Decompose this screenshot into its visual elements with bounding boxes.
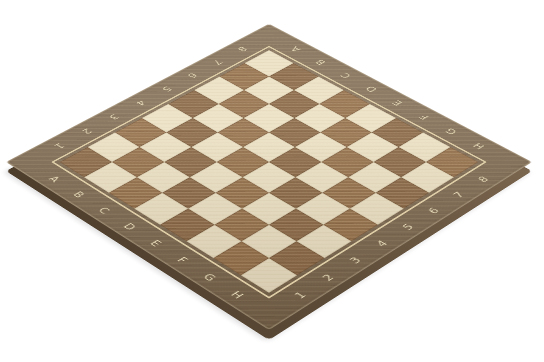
file-label-upper-right-b: B (313, 58, 327, 66)
file-label-lower-left-e: E (148, 238, 164, 248)
file-label-upper-right-c: C (338, 71, 353, 79)
rank-label-upper-left-1: 1 (52, 141, 67, 149)
file-label-upper-right-h: H (471, 141, 487, 150)
file-label-upper-right-d: D (363, 85, 378, 94)
rank-label-upper-left-6: 6 (186, 71, 200, 79)
rank-label-lower-right-4: 4 (374, 238, 390, 248)
rank-label-upper-left-5: 5 (160, 85, 174, 93)
rank-label-upper-left-8: 8 (235, 45, 249, 52)
rank-label-lower-right-8: 8 (475, 174, 490, 183)
rank-label-lower-right-6: 6 (426, 206, 442, 215)
file-label-lower-left-d: D (122, 221, 139, 231)
chess-board: AABBCCDDEEFFGGHH8877665544332211 (6, 24, 532, 330)
file-label-lower-left-b: B (72, 190, 88, 199)
rank-label-upper-left-4: 4 (134, 99, 148, 107)
rank-label-lower-right-1: 1 (292, 289, 308, 299)
rank-label-lower-right-2: 2 (320, 272, 336, 282)
rank-label-upper-left-7: 7 (211, 58, 225, 66)
rank-label-upper-left-3: 3 (107, 113, 121, 121)
rank-label-lower-right-5: 5 (400, 222, 416, 231)
file-label-upper-right-e: E (390, 99, 404, 107)
rank-label-lower-right-7: 7 (451, 190, 467, 199)
file-label-lower-left-h: H (229, 289, 247, 300)
rank-label-lower-right-3: 3 (347, 255, 363, 265)
file-label-lower-left-g: G (201, 272, 219, 283)
file-label-upper-right-g: G (443, 127, 459, 136)
file-label-lower-left-f: F (175, 255, 191, 264)
file-label-lower-left-a: A (47, 174, 63, 183)
product-photo-page: { "game": "chess", "scene_description": … (0, 0, 544, 362)
board-squares-field (60, 50, 479, 293)
file-label-lower-left-c: C (96, 205, 112, 215)
file-label-upper-right-f: F (417, 113, 431, 121)
file-label-upper-right-a: A (288, 45, 302, 53)
rank-label-upper-left-2: 2 (80, 127, 95, 135)
